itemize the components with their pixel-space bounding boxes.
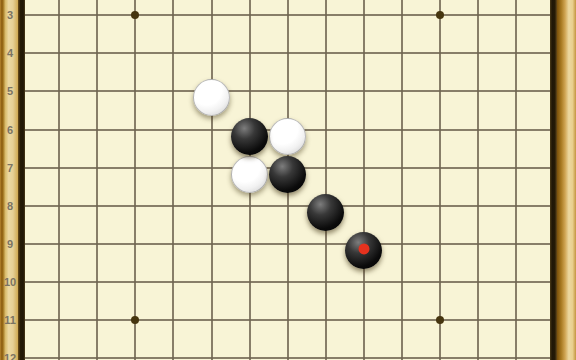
black-stone	[307, 194, 344, 231]
grid-line-horizontal	[25, 205, 551, 207]
black-stone	[345, 232, 382, 269]
star-point	[131, 11, 139, 19]
row-label-3: 3	[3, 9, 17, 21]
grid-line-horizontal	[25, 357, 551, 359]
grid-line-horizontal	[25, 243, 551, 245]
black-stone	[269, 156, 306, 193]
grid-line-horizontal	[25, 14, 551, 16]
row-label-7: 7	[3, 162, 17, 174]
gomoku-screen: 3456789101112	[0, 0, 576, 360]
black-stone	[231, 118, 268, 155]
grid-line-horizontal	[25, 281, 551, 283]
star-point	[436, 316, 444, 324]
row-label-12: 12	[3, 352, 17, 360]
goban-grid[interactable]	[0, 0, 576, 360]
white-stone	[193, 79, 230, 116]
star-point	[436, 11, 444, 19]
row-label-4: 4	[3, 47, 17, 59]
last-move-marker	[358, 244, 369, 255]
row-label-11: 11	[3, 314, 17, 326]
board-right-rail	[557, 0, 576, 360]
grid-line-horizontal	[25, 52, 551, 54]
white-stone	[269, 118, 306, 155]
grid-line-horizontal	[25, 90, 551, 92]
star-point	[131, 316, 139, 324]
row-label-10: 10	[3, 276, 17, 288]
white-stone	[231, 156, 268, 193]
board-left-rail: 3456789101112	[0, 0, 18, 360]
board-right-edge	[550, 0, 557, 360]
grid-line-horizontal	[25, 319, 551, 321]
board-left-edge	[18, 0, 25, 360]
row-label-5: 5	[3, 85, 17, 97]
row-label-6: 6	[3, 124, 17, 136]
row-label-9: 9	[3, 238, 17, 250]
row-label-8: 8	[3, 200, 17, 212]
